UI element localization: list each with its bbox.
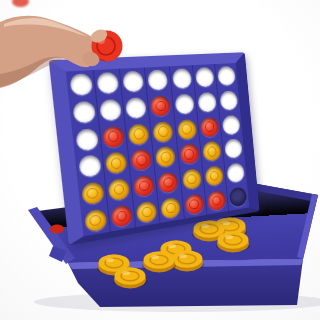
connect-four-photo [0, 0, 320, 320]
hand-with-disc [0, 0, 320, 320]
